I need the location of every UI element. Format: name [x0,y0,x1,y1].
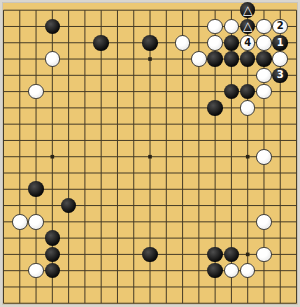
move-number-label: 1 [277,38,284,48]
black-stone [207,51,223,67]
black-stone [142,247,158,263]
white-stone [12,214,28,230]
white-stone [191,51,207,67]
white-stone [256,149,272,165]
triangle-mark: △ [243,3,253,16]
white-stone [207,35,223,51]
white-stone [45,51,61,67]
black-stone [207,247,223,263]
white-stone [256,84,272,100]
star-point [51,155,55,159]
white-stone [272,51,288,67]
white-stone: 4 [240,35,256,51]
black-stone [28,181,44,197]
move-number-label: 3 [277,70,284,80]
white-stone [256,214,272,230]
white-stone [256,247,272,263]
black-stone [142,35,158,51]
star-point [246,253,250,257]
white-stone [240,100,256,116]
star-point [148,57,152,61]
white-stone [207,19,223,35]
white-stone [175,35,191,51]
white-stone [28,84,44,100]
white-stone [28,214,44,230]
go-board[interactable]: △△2413 [0,0,300,307]
star-point [148,155,152,159]
white-stone [256,19,272,35]
star-point [246,155,250,159]
black-stone: 1 [272,35,288,51]
black-stone [45,230,61,246]
black-stone [224,35,240,51]
black-stone [207,100,223,116]
white-stone [256,35,272,51]
move-number-label: 2 [277,21,284,31]
black-stone [256,51,272,67]
white-stone [256,68,272,84]
black-stone [93,35,109,51]
black-stone: 3 [272,68,288,84]
black-stone [224,51,240,67]
move-number-label: 4 [244,38,251,48]
triangle-mark: △ [243,20,253,33]
